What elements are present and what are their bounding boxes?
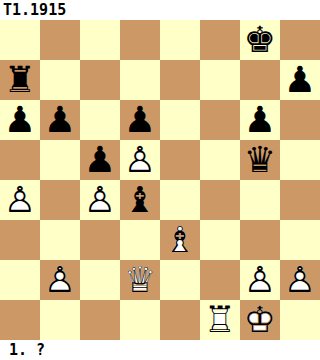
piece-black-pawn[interactable]: ♟ [80, 140, 120, 180]
square-e4[interactable] [160, 180, 200, 220]
piece-outline: ♕ [120, 260, 160, 300]
piece-outline: ♗ [160, 220, 200, 260]
square-d8[interactable] [120, 20, 160, 60]
square-b1[interactable] [40, 300, 80, 340]
square-h8[interactable] [280, 20, 320, 60]
square-b7[interactable] [40, 60, 80, 100]
square-d7[interactable] [120, 60, 160, 100]
piece-white-pawn[interactable]: ♟♙ [80, 180, 120, 220]
square-a6[interactable]: ♟ [0, 100, 40, 140]
square-h5[interactable] [280, 140, 320, 180]
piece-black-pawn[interactable]: ♟ [280, 60, 320, 100]
square-a5[interactable] [0, 140, 40, 180]
square-e5[interactable] [160, 140, 200, 180]
piece-black-rook[interactable]: ♜ [0, 60, 40, 100]
square-d4[interactable]: ♝ [120, 180, 160, 220]
square-b5[interactable] [40, 140, 80, 180]
square-e3[interactable]: ♝♗ [160, 220, 200, 260]
square-b3[interactable] [40, 220, 80, 260]
square-c4[interactable]: ♟♙ [80, 180, 120, 220]
square-a4[interactable]: ♟♙ [0, 180, 40, 220]
square-f7[interactable] [200, 60, 240, 100]
square-g6[interactable]: ♟ [240, 100, 280, 140]
square-b2[interactable]: ♟♙ [40, 260, 80, 300]
piece-white-king[interactable]: ♚♔ [240, 300, 280, 340]
chess-board: ♚♜♟♟♟♟♟♟♟♙♛♟♙♟♙♝♝♗♟♙♛♕♟♙♟♙♜♖♚♔ [0, 20, 320, 340]
piece-white-rook[interactable]: ♜♖ [200, 300, 240, 340]
square-c3[interactable] [80, 220, 120, 260]
square-f3[interactable] [200, 220, 240, 260]
square-b6[interactable]: ♟ [40, 100, 80, 140]
square-e7[interactable] [160, 60, 200, 100]
square-g1[interactable]: ♚♔ [240, 300, 280, 340]
square-h2[interactable]: ♟♙ [280, 260, 320, 300]
square-f2[interactable] [200, 260, 240, 300]
square-d1[interactable] [120, 300, 160, 340]
square-g2[interactable]: ♟♙ [240, 260, 280, 300]
square-e6[interactable] [160, 100, 200, 140]
square-a3[interactable] [0, 220, 40, 260]
diagram-title: T1.1915 [0, 0, 320, 20]
piece-black-pawn[interactable]: ♟ [120, 100, 160, 140]
piece-white-pawn[interactable]: ♟♙ [280, 260, 320, 300]
piece-white-pawn[interactable]: ♟♙ [0, 180, 40, 220]
square-b8[interactable] [40, 20, 80, 60]
square-h3[interactable] [280, 220, 320, 260]
square-f5[interactable] [200, 140, 240, 180]
square-d2[interactable]: ♛♕ [120, 260, 160, 300]
square-e1[interactable] [160, 300, 200, 340]
square-f6[interactable] [200, 100, 240, 140]
square-h1[interactable] [280, 300, 320, 340]
square-b4[interactable] [40, 180, 80, 220]
piece-white-queen[interactable]: ♛♕ [120, 260, 160, 300]
square-h6[interactable] [280, 100, 320, 140]
piece-white-pawn[interactable]: ♟♙ [40, 260, 80, 300]
piece-outline: ♔ [240, 300, 280, 340]
piece-black-queen[interactable]: ♛ [240, 140, 280, 180]
square-c7[interactable] [80, 60, 120, 100]
square-h4[interactable] [280, 180, 320, 220]
square-e2[interactable] [160, 260, 200, 300]
square-c8[interactable] [80, 20, 120, 60]
square-a1[interactable] [0, 300, 40, 340]
square-g5[interactable]: ♛ [240, 140, 280, 180]
square-a2[interactable] [0, 260, 40, 300]
square-g3[interactable] [240, 220, 280, 260]
square-f1[interactable]: ♜♖ [200, 300, 240, 340]
square-f8[interactable] [200, 20, 240, 60]
piece-black-king[interactable]: ♚ [240, 20, 280, 60]
piece-outline: ♙ [280, 260, 320, 300]
piece-outline: ♙ [40, 260, 80, 300]
square-f4[interactable] [200, 180, 240, 220]
piece-outline: ♙ [120, 140, 160, 180]
square-c6[interactable] [80, 100, 120, 140]
square-d6[interactable]: ♟ [120, 100, 160, 140]
move-prompt: 1. ? [0, 340, 320, 360]
square-g7[interactable] [240, 60, 280, 100]
square-a7[interactable]: ♜ [0, 60, 40, 100]
square-d5[interactable]: ♟♙ [120, 140, 160, 180]
piece-black-pawn[interactable]: ♟ [40, 100, 80, 140]
piece-black-pawn[interactable]: ♟ [0, 100, 40, 140]
square-c2[interactable] [80, 260, 120, 300]
square-g4[interactable] [240, 180, 280, 220]
piece-outline: ♙ [0, 180, 40, 220]
piece-black-bishop[interactable]: ♝ [120, 180, 160, 220]
square-a8[interactable] [0, 20, 40, 60]
piece-black-pawn[interactable]: ♟ [240, 100, 280, 140]
square-c1[interactable] [80, 300, 120, 340]
piece-outline: ♙ [80, 180, 120, 220]
square-c5[interactable]: ♟ [80, 140, 120, 180]
square-g8[interactable]: ♚ [240, 20, 280, 60]
square-h7[interactable]: ♟ [280, 60, 320, 100]
piece-white-pawn[interactable]: ♟♙ [120, 140, 160, 180]
piece-white-bishop[interactable]: ♝♗ [160, 220, 200, 260]
piece-outline: ♖ [200, 300, 240, 340]
square-d3[interactable] [120, 220, 160, 260]
square-e8[interactable] [160, 20, 200, 60]
piece-outline: ♙ [240, 260, 280, 300]
piece-white-pawn[interactable]: ♟♙ [240, 260, 280, 300]
